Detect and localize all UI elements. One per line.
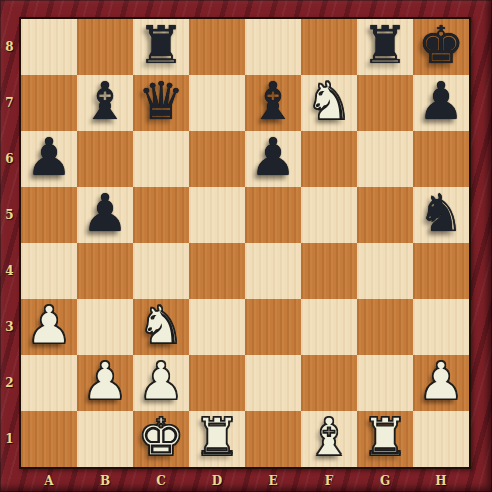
- white-bishop-f1[interactable]: ♝: [306, 409, 353, 465]
- black-bishop-b7[interactable]: ♝: [82, 73, 129, 129]
- square-f5[interactable]: [301, 187, 357, 243]
- square-a4[interactable]: [21, 243, 77, 299]
- square-d6[interactable]: [189, 131, 245, 187]
- white-pawn-h2[interactable]: ♟: [418, 353, 465, 409]
- square-c8[interactable]: ♜: [133, 19, 189, 75]
- white-rook-d1[interactable]: ♜: [194, 409, 241, 465]
- square-e5[interactable]: [245, 187, 301, 243]
- square-e3[interactable]: [245, 299, 301, 355]
- white-knight-c3[interactable]: ♞: [138, 297, 185, 353]
- white-rook-g1[interactable]: ♜: [362, 409, 409, 465]
- white-pawn-b2[interactable]: ♟: [82, 353, 129, 409]
- square-f7[interactable]: ♞: [301, 75, 357, 131]
- square-a6[interactable]: ♟: [21, 131, 77, 187]
- white-king-c1[interactable]: ♚: [138, 409, 185, 465]
- square-d4[interactable]: [189, 243, 245, 299]
- square-g3[interactable]: [357, 299, 413, 355]
- square-e4[interactable]: [245, 243, 301, 299]
- square-e6[interactable]: ♟: [245, 131, 301, 187]
- square-g6[interactable]: [357, 131, 413, 187]
- rank-label-3: 3: [0, 299, 19, 355]
- file-label-g: G: [357, 469, 413, 492]
- square-h1[interactable]: [413, 411, 469, 467]
- chess-board: ♜♜♚♝♛♝♞♟♟♟♟♞♟♞♟♟♟♚♜♝♜: [19, 17, 471, 469]
- square-e2[interactable]: [245, 355, 301, 411]
- square-d3[interactable]: [189, 299, 245, 355]
- square-a3[interactable]: ♟: [21, 299, 77, 355]
- square-a1[interactable]: [21, 411, 77, 467]
- black-rook-c8[interactable]: ♜: [138, 17, 185, 73]
- square-b8[interactable]: [77, 19, 133, 75]
- square-d5[interactable]: [189, 187, 245, 243]
- square-b5[interactable]: ♟: [77, 187, 133, 243]
- square-h8[interactable]: ♚: [413, 19, 469, 75]
- square-h2[interactable]: ♟: [413, 355, 469, 411]
- square-c2[interactable]: ♟: [133, 355, 189, 411]
- file-label-a: A: [21, 469, 77, 492]
- square-e7[interactable]: ♝: [245, 75, 301, 131]
- square-c4[interactable]: [133, 243, 189, 299]
- square-c7[interactable]: ♛: [133, 75, 189, 131]
- rank-label-8: 8: [0, 19, 19, 75]
- square-g8[interactable]: ♜: [357, 19, 413, 75]
- white-knight-f7[interactable]: ♞: [306, 73, 353, 129]
- square-b4[interactable]: [77, 243, 133, 299]
- rank-label-5: 5: [0, 187, 19, 243]
- square-c5[interactable]: [133, 187, 189, 243]
- square-f1[interactable]: ♝: [301, 411, 357, 467]
- square-c6[interactable]: [133, 131, 189, 187]
- square-g7[interactable]: [357, 75, 413, 131]
- black-pawn-a6[interactable]: ♟: [26, 129, 73, 185]
- square-h7[interactable]: ♟: [413, 75, 469, 131]
- rank-labels: 8 7 6 5 4 3 2 1: [0, 19, 19, 467]
- white-pawn-a3[interactable]: ♟: [26, 297, 73, 353]
- square-b6[interactable]: [77, 131, 133, 187]
- rank-label-6: 6: [0, 131, 19, 187]
- square-a8[interactable]: [21, 19, 77, 75]
- square-g1[interactable]: ♜: [357, 411, 413, 467]
- square-h3[interactable]: [413, 299, 469, 355]
- square-d1[interactable]: ♜: [189, 411, 245, 467]
- black-knight-h5[interactable]: ♞: [418, 185, 465, 241]
- square-f4[interactable]: [301, 243, 357, 299]
- file-label-e: E: [245, 469, 301, 492]
- square-h6[interactable]: [413, 131, 469, 187]
- square-f6[interactable]: [301, 131, 357, 187]
- square-f2[interactable]: [301, 355, 357, 411]
- square-a2[interactable]: [21, 355, 77, 411]
- square-g5[interactable]: [357, 187, 413, 243]
- square-a5[interactable]: [21, 187, 77, 243]
- black-pawn-b5[interactable]: ♟: [82, 185, 129, 241]
- square-e1[interactable]: [245, 411, 301, 467]
- black-rook-g8[interactable]: ♜: [362, 17, 409, 73]
- rank-label-4: 4: [0, 243, 19, 299]
- square-g4[interactable]: [357, 243, 413, 299]
- square-b7[interactable]: ♝: [77, 75, 133, 131]
- square-c3[interactable]: ♞: [133, 299, 189, 355]
- square-g2[interactable]: [357, 355, 413, 411]
- file-labels: A B C D E F G H: [21, 469, 469, 492]
- square-h5[interactable]: ♞: [413, 187, 469, 243]
- rank-label-2: 2: [0, 355, 19, 411]
- white-pawn-c2[interactable]: ♟: [138, 353, 185, 409]
- board-frame: 8 7 6 5 4 3 2 1 ♜♜♚♝♛♝♞♟♟♟♟♞♟♞♟♟♟♚♜♝♜ A …: [0, 0, 492, 492]
- file-label-b: B: [77, 469, 133, 492]
- square-b1[interactable]: [77, 411, 133, 467]
- square-f3[interactable]: [301, 299, 357, 355]
- square-b2[interactable]: ♟: [77, 355, 133, 411]
- square-a7[interactable]: [21, 75, 77, 131]
- rank-label-7: 7: [0, 75, 19, 131]
- square-c1[interactable]: ♚: [133, 411, 189, 467]
- square-b3[interactable]: [77, 299, 133, 355]
- square-f8[interactable]: [301, 19, 357, 75]
- square-h4[interactable]: [413, 243, 469, 299]
- black-bishop-e7[interactable]: ♝: [250, 73, 297, 129]
- black-queen-c7[interactable]: ♛: [138, 73, 185, 129]
- square-d8[interactable]: [189, 19, 245, 75]
- file-label-c: C: [133, 469, 189, 492]
- black-pawn-e6[interactable]: ♟: [250, 129, 297, 185]
- square-d2[interactable]: [189, 355, 245, 411]
- square-d7[interactable]: [189, 75, 245, 131]
- file-label-h: H: [413, 469, 469, 492]
- rank-label-1: 1: [0, 411, 19, 467]
- black-pawn-h7[interactable]: ♟: [418, 73, 465, 129]
- black-king-h8[interactable]: ♚: [418, 17, 465, 73]
- file-label-d: D: [189, 469, 245, 492]
- square-e8[interactable]: [245, 19, 301, 75]
- file-label-f: F: [301, 469, 357, 492]
